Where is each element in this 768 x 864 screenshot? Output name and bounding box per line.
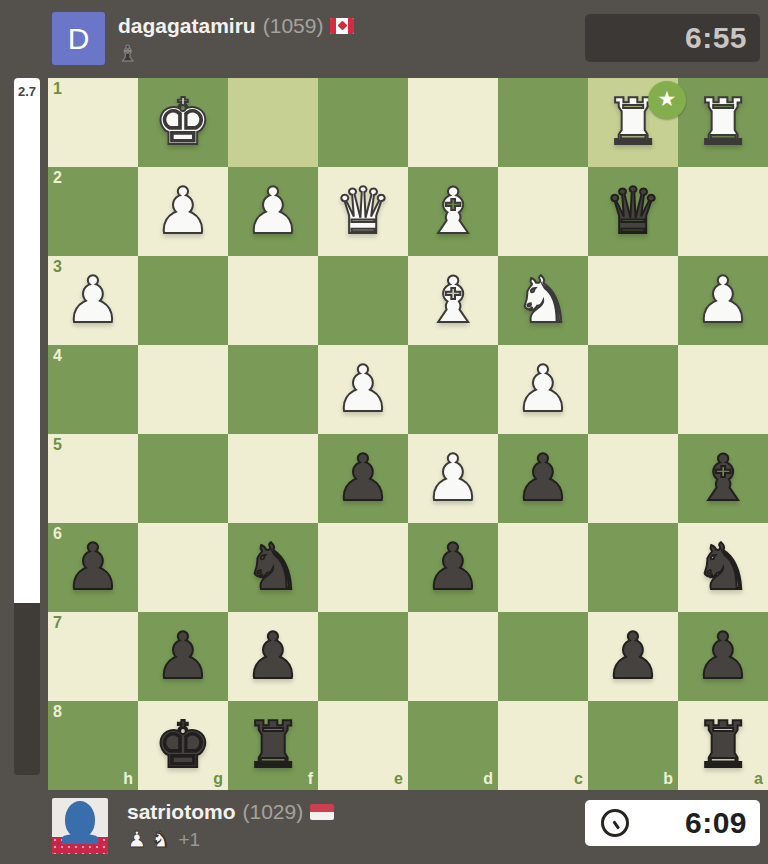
- black-bishop: ♝: [678, 434, 768, 523]
- black-pawn: ♟: [138, 612, 228, 701]
- square-c6[interactable]: [498, 523, 588, 612]
- square-e8[interactable]: e: [318, 701, 408, 790]
- square-h6[interactable]: 6♟: [48, 523, 138, 612]
- square-d2[interactable]: ♝: [408, 167, 498, 256]
- player-rating: (1059): [263, 14, 324, 38]
- top-player-clock: 6:55: [585, 14, 760, 62]
- square-f4[interactable]: [228, 345, 318, 434]
- evaluation-bar: 2.7: [14, 78, 40, 775]
- best-move-star-badge: ★: [648, 81, 686, 119]
- file-label-e: e: [394, 771, 403, 787]
- maple-leaf-icon: [338, 21, 348, 31]
- white-pawn: ♟: [318, 345, 408, 434]
- square-a7[interactable]: ♟: [678, 612, 768, 701]
- white-pawn: ♟: [138, 167, 228, 256]
- square-h3[interactable]: 3♟: [48, 256, 138, 345]
- square-h8[interactable]: 8h: [48, 701, 138, 790]
- square-g1[interactable]: ♚: [138, 78, 228, 167]
- square-e6[interactable]: [318, 523, 408, 612]
- square-g8[interactable]: g♚: [138, 701, 228, 790]
- bottom-player-bar: satriotomo (1029) ♟♞+1 6:09: [0, 790, 768, 864]
- indonesia-flag-icon: [310, 804, 334, 820]
- square-f6[interactable]: ♞: [228, 523, 318, 612]
- square-b4[interactable]: [588, 345, 678, 434]
- white-pawn: ♟: [228, 167, 318, 256]
- captured-black-bishop-icon: ♝: [118, 41, 138, 67]
- black-rook: ♜: [228, 701, 318, 790]
- clock-time: 6:09: [629, 806, 760, 840]
- square-b8[interactable]: b: [588, 701, 678, 790]
- canada-flag-icon: [330, 18, 354, 34]
- square-f8[interactable]: f♜: [228, 701, 318, 790]
- square-c1[interactable]: [498, 78, 588, 167]
- square-d6[interactable]: ♟: [408, 523, 498, 612]
- captured-white-knight-icon: ♞: [151, 827, 171, 853]
- square-g6[interactable]: [138, 523, 228, 612]
- square-c8[interactable]: c: [498, 701, 588, 790]
- white-pawn: ♟: [498, 345, 588, 434]
- square-e5[interactable]: ♟: [318, 434, 408, 523]
- rank-label-2: 2: [53, 170, 62, 186]
- rank-label-5: 5: [53, 437, 62, 453]
- square-h7[interactable]: 7: [48, 612, 138, 701]
- file-label-h: h: [123, 771, 133, 787]
- chess-board[interactable]: 1♚♜♜2♟♟♛♝♛3♟♝♞♟4♟♟5♟♟♟♝6♟♞♟♞7♟♟♟♟8hg♚f♜e…: [48, 78, 768, 790]
- white-king: ♚: [138, 78, 228, 167]
- square-d5[interactable]: ♟: [408, 434, 498, 523]
- square-a2[interactable]: [678, 167, 768, 256]
- square-b2[interactable]: ♛: [588, 167, 678, 256]
- evaluation-bar-white-portion: [14, 78, 40, 603]
- square-g5[interactable]: [138, 434, 228, 523]
- file-label-b: b: [663, 771, 673, 787]
- white-rook: ♜: [678, 78, 768, 167]
- white-bishop: ♝: [408, 167, 498, 256]
- avatar[interactable]: [52, 798, 108, 854]
- bottom-player-clock: 6:09: [585, 800, 760, 846]
- square-e4[interactable]: ♟: [318, 345, 408, 434]
- player-name[interactable]: satriotomo: [127, 800, 236, 824]
- square-g7[interactable]: ♟: [138, 612, 228, 701]
- captured-white-pawn-icon: ♟: [127, 827, 147, 853]
- square-c7[interactable]: [498, 612, 588, 701]
- square-b3[interactable]: [588, 256, 678, 345]
- rank-label-4: 4: [53, 348, 62, 364]
- square-c3[interactable]: ♞: [498, 256, 588, 345]
- black-pawn: ♟: [678, 612, 768, 701]
- evaluation-score: 2.7: [14, 84, 40, 99]
- square-g4[interactable]: [138, 345, 228, 434]
- square-b6[interactable]: [588, 523, 678, 612]
- avatar-initial: D: [68, 22, 90, 56]
- square-b5[interactable]: [588, 434, 678, 523]
- player-rating: (1029): [243, 800, 304, 824]
- clock-icon: [601, 809, 629, 837]
- black-pawn: ♟: [498, 434, 588, 523]
- black-queen: ♛: [588, 167, 678, 256]
- square-a4[interactable]: [678, 345, 768, 434]
- square-c5[interactable]: ♟: [498, 434, 588, 523]
- square-f2[interactable]: ♟: [228, 167, 318, 256]
- square-h1[interactable]: 1: [48, 78, 138, 167]
- square-e2[interactable]: ♛: [318, 167, 408, 256]
- player-name[interactable]: dagagatamiru: [118, 14, 256, 38]
- white-queen: ♛: [318, 167, 408, 256]
- square-b7[interactable]: ♟: [588, 612, 678, 701]
- square-h2[interactable]: 2: [48, 167, 138, 256]
- square-f7[interactable]: ♟: [228, 612, 318, 701]
- square-h4[interactable]: 4: [48, 345, 138, 434]
- square-e3[interactable]: [318, 256, 408, 345]
- black-pawn: ♟: [228, 612, 318, 701]
- black-knight: ♞: [228, 523, 318, 612]
- square-d8[interactable]: d: [408, 701, 498, 790]
- square-a3[interactable]: ♟: [678, 256, 768, 345]
- square-f5[interactable]: [228, 434, 318, 523]
- black-pawn: ♟: [408, 523, 498, 612]
- square-d3[interactable]: ♝: [408, 256, 498, 345]
- file-label-c: c: [574, 771, 583, 787]
- captured-pieces-top: ♝: [118, 40, 138, 68]
- white-knight: ♞: [498, 256, 588, 345]
- square-a5[interactable]: ♝: [678, 434, 768, 523]
- square-e7[interactable]: [318, 612, 408, 701]
- square-g3[interactable]: [138, 256, 228, 345]
- white-pawn: ♟: [48, 256, 138, 345]
- white-pawn: ♟: [408, 434, 498, 523]
- clock-time: 6:55: [585, 21, 760, 55]
- black-pawn: ♟: [318, 434, 408, 523]
- black-pawn: ♟: [48, 523, 138, 612]
- black-rook: ♜: [678, 701, 768, 790]
- rank-label-7: 7: [53, 615, 62, 631]
- black-pawn: ♟: [588, 612, 678, 701]
- rank-label-8: 8: [53, 704, 62, 720]
- square-a8[interactable]: a♜: [678, 701, 768, 790]
- rank-label-1: 1: [53, 81, 62, 97]
- material-advantage: +1: [178, 829, 200, 851]
- black-king: ♚: [138, 701, 228, 790]
- square-c2[interactable]: [498, 167, 588, 256]
- captured-pieces-bottom: ♟♞+1: [127, 826, 200, 854]
- square-a1[interactable]: ♜: [678, 78, 768, 167]
- square-d4[interactable]: [408, 345, 498, 434]
- square-h5[interactable]: 5: [48, 434, 138, 523]
- black-knight: ♞: [678, 523, 768, 612]
- square-d7[interactable]: [408, 612, 498, 701]
- white-bishop: ♝: [408, 256, 498, 345]
- avatar-shoulders: [62, 834, 98, 844]
- square-a6[interactable]: ♞: [678, 523, 768, 612]
- star-icon: ★: [658, 89, 677, 110]
- square-f1[interactable]: [228, 78, 318, 167]
- top-player-bar: D dagagatamiru (1059) ♝ 6:55: [0, 0, 768, 78]
- file-label-d: d: [483, 771, 493, 787]
- square-f3[interactable]: [228, 256, 318, 345]
- square-g2[interactable]: ♟: [138, 167, 228, 256]
- white-pawn: ♟: [678, 256, 768, 345]
- square-d1[interactable]: [408, 78, 498, 167]
- square-e1[interactable]: [318, 78, 408, 167]
- square-c4[interactable]: ♟: [498, 345, 588, 434]
- avatar[interactable]: D: [52, 12, 105, 65]
